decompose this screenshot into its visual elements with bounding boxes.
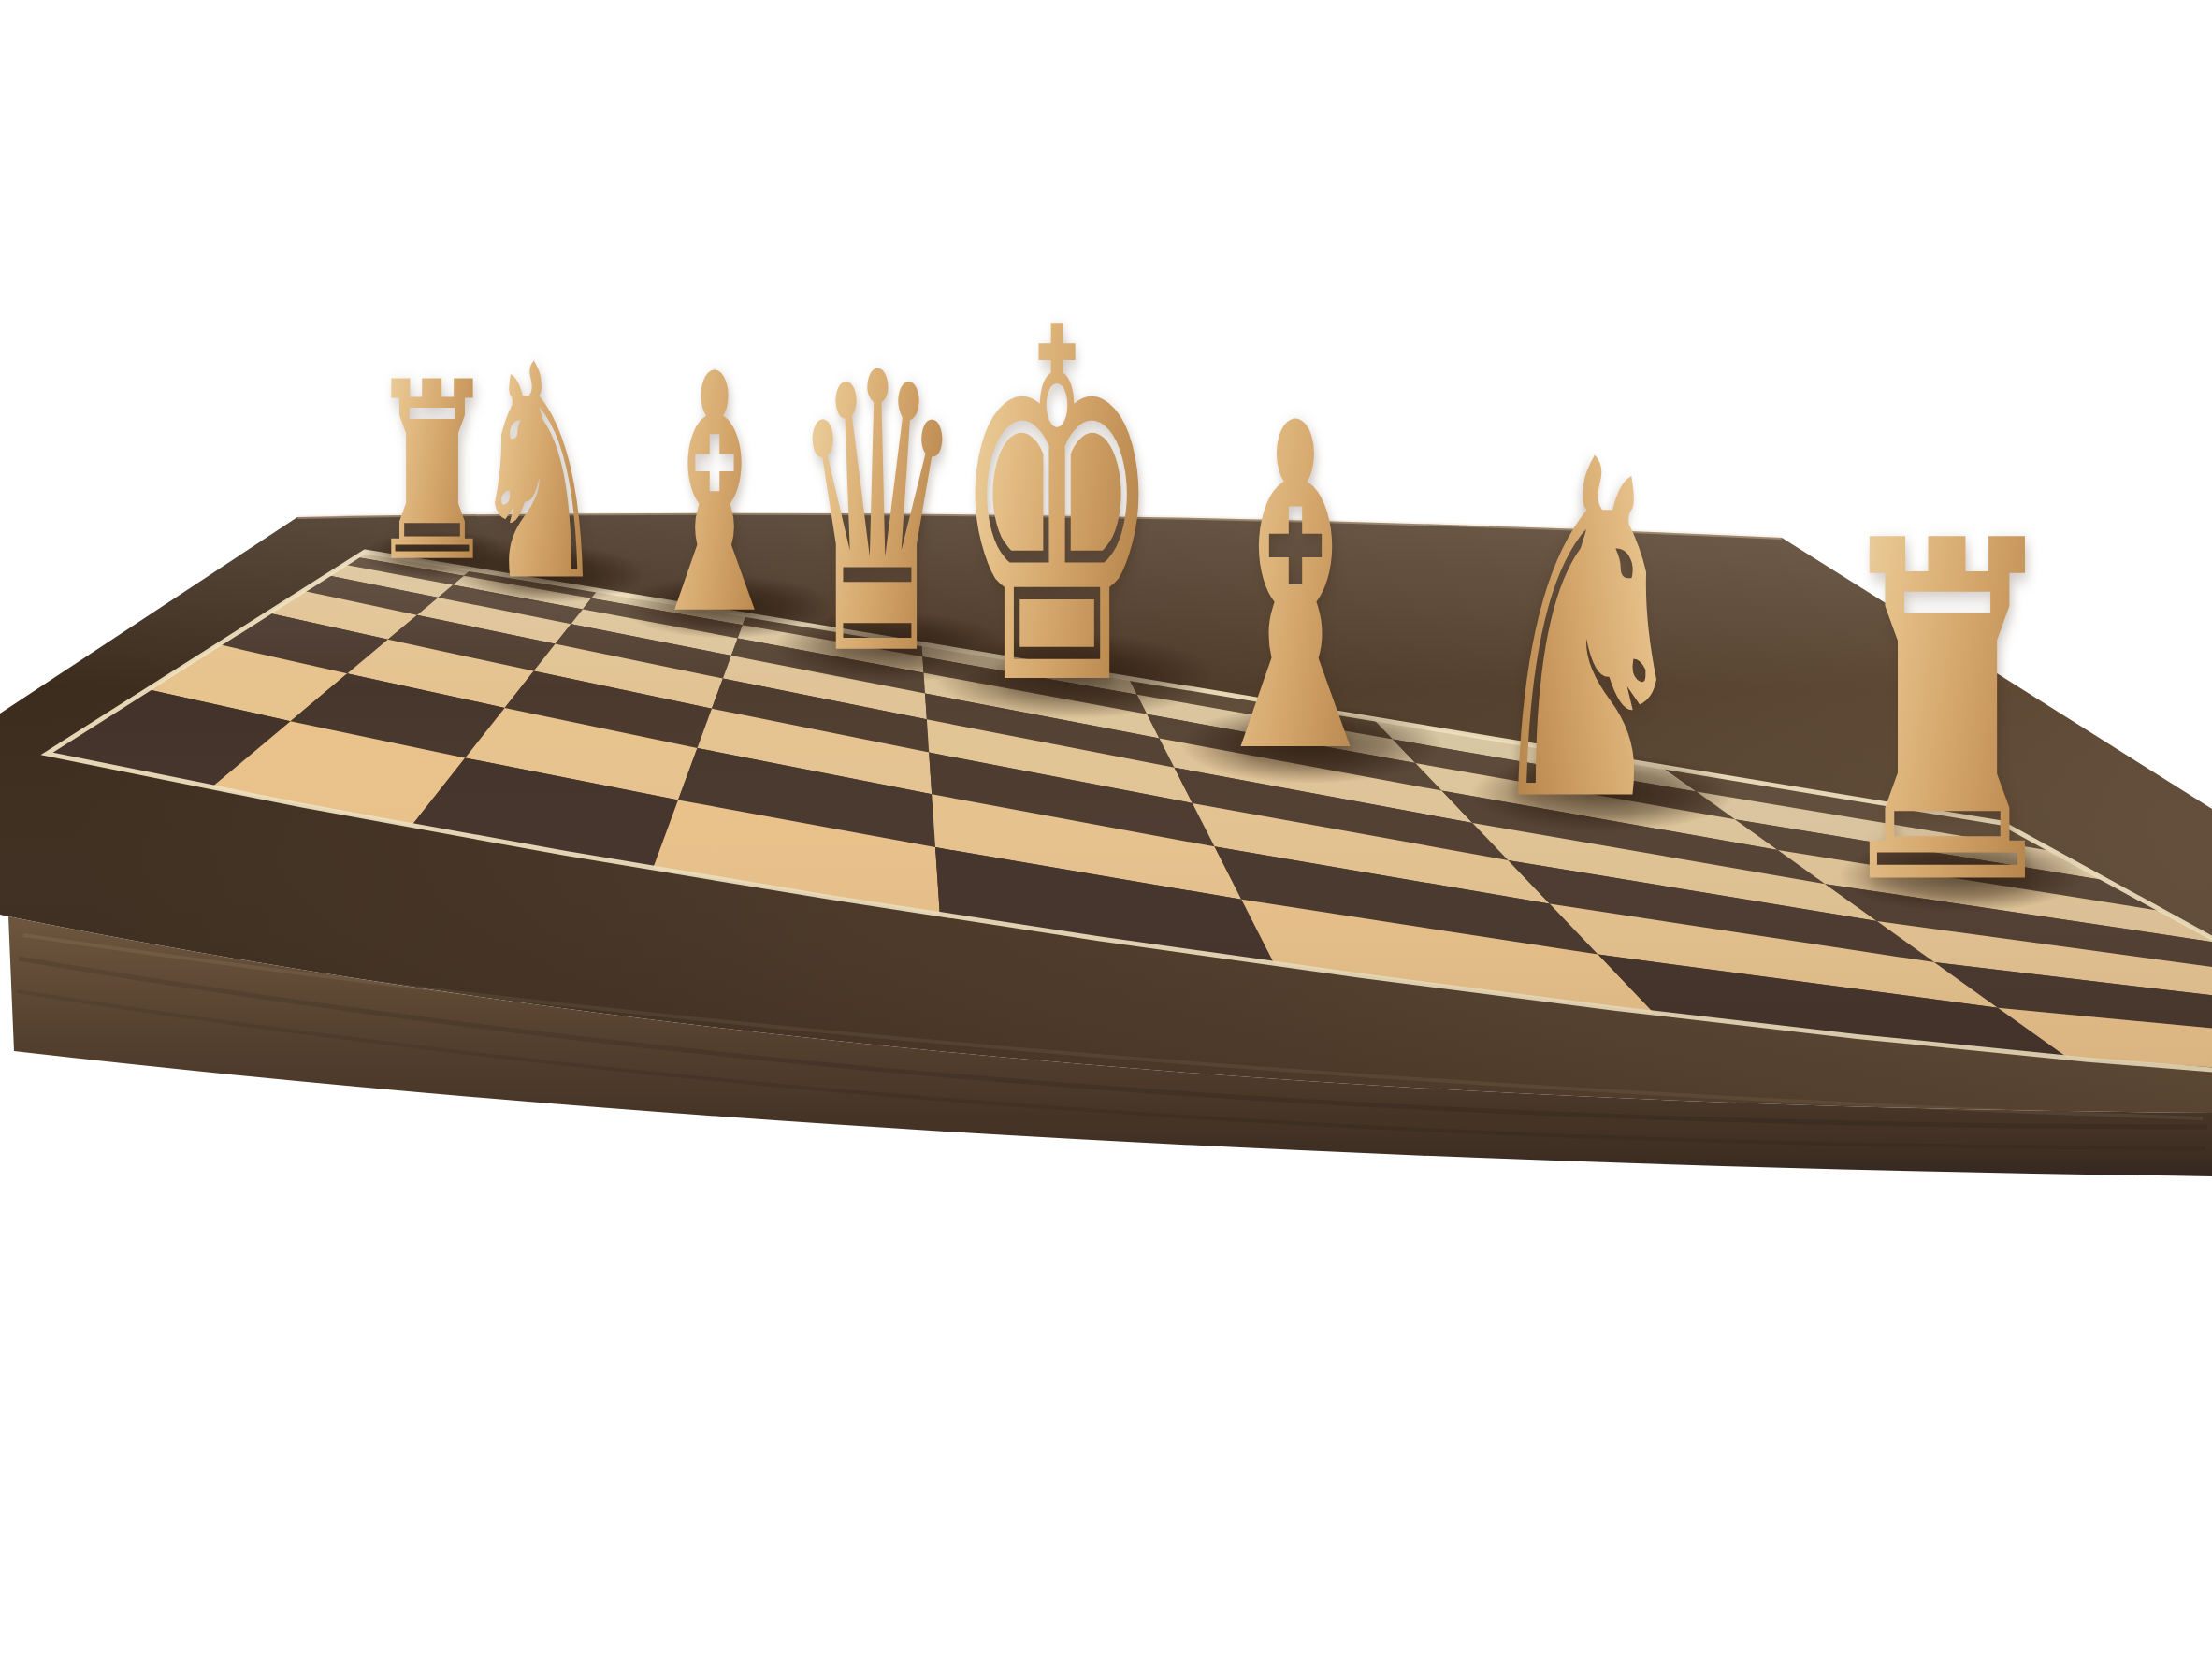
shadow-g8	[1471, 754, 1735, 832]
shadow-b8	[455, 545, 646, 603]
shadow-h8	[1839, 838, 2086, 912]
shadow-f8	[1180, 705, 1442, 784]
chessboard	[0, 0, 2212, 1658]
chessboard-photo: ♜♞♝♛♚♝♞♜	[0, 0, 2212, 1658]
shadow-e8	[933, 634, 1216, 719]
